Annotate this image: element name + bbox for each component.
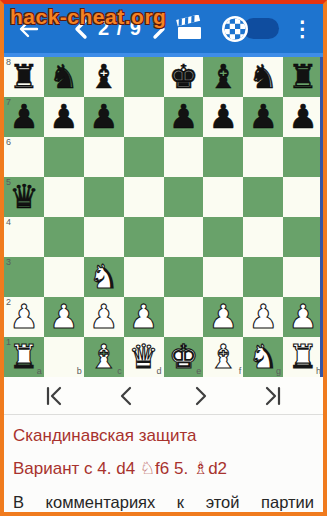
square-b7[interactable]: ♟: [44, 97, 84, 137]
square-h7[interactable]: ♟: [283, 97, 323, 137]
position-pager: 2 / 9: [72, 17, 168, 40]
square-a2[interactable]: 2♟: [4, 297, 44, 337]
square-g5[interactable]: [243, 177, 283, 217]
square-c2[interactable]: ♟: [84, 297, 124, 337]
square-d2[interactable]: ♟: [124, 297, 164, 337]
prev-position-button[interactable]: [72, 18, 90, 40]
piece-bp: ♟: [89, 98, 119, 136]
file-label: g: [276, 367, 281, 376]
skip-to-end-icon: [261, 385, 285, 407]
square-c7[interactable]: ♟: [84, 97, 124, 137]
square-b5[interactable]: [44, 177, 84, 217]
piece-wn: ♞: [248, 338, 278, 376]
piece-wr: ♜: [288, 338, 318, 376]
file-label: c: [117, 367, 122, 376]
piece-wp: ♟: [9, 298, 39, 336]
square-e1[interactable]: e♚: [164, 337, 204, 377]
chess-board: 8♜♞♝♚♝♞♜7♟♟♟♟♟♟♟65♛43♞2♟♟♟♟♟♟♟1a♜bc♝d♛e♚…: [4, 57, 323, 377]
square-e5[interactable]: [164, 177, 204, 217]
piece-wr: ♜: [9, 338, 39, 376]
rank-label: 3: [6, 258, 11, 267]
square-d6[interactable]: [124, 137, 164, 177]
piece-wb: ♝: [89, 338, 119, 376]
board-area: 8♜♞♝♚♝♞♜7♟♟♟♟♟♟♟65♛43♞2♟♟♟♟♟♟♟1a♜bc♝d♛e♚…: [4, 57, 323, 377]
square-d4[interactable]: [124, 217, 164, 257]
file-label: b: [77, 367, 82, 376]
square-a4[interactable]: 4: [4, 217, 44, 257]
overflow-menu-button[interactable]: ⋮: [292, 18, 313, 39]
square-c1[interactable]: c♝: [84, 337, 124, 377]
square-a8[interactable]: 8♜: [4, 57, 44, 97]
square-d5[interactable]: [124, 177, 164, 217]
square-h4[interactable]: [283, 217, 323, 257]
piece-bp: ♟: [9, 98, 39, 136]
square-g8[interactable]: ♞: [243, 57, 283, 97]
square-e6[interactable]: [164, 137, 204, 177]
square-c6[interactable]: [84, 137, 124, 177]
piece-wp: ♟: [129, 298, 159, 336]
rank-label: 7: [6, 98, 11, 107]
square-h8[interactable]: ♜: [283, 57, 323, 97]
back-button[interactable]: [16, 16, 42, 42]
square-g7[interactable]: ♟: [243, 97, 283, 137]
piece-bp: ♟: [49, 98, 79, 136]
top-toolbar: 2 / 9: [4, 4, 323, 53]
square-g1[interactable]: g♞: [243, 337, 283, 377]
piece-bb: ♝: [209, 58, 239, 96]
chess-king-logo-button[interactable]: [221, 15, 249, 43]
square-c3[interactable]: ♞: [84, 257, 124, 297]
piece-br: ♜: [9, 58, 39, 96]
square-d1[interactable]: d♛: [124, 337, 164, 377]
last-move-button[interactable]: [258, 383, 288, 409]
square-a6[interactable]: 6: [4, 137, 44, 177]
square-g6[interactable]: [243, 137, 283, 177]
piece-wk: ♚: [169, 338, 199, 376]
back-arrow-icon: [17, 17, 41, 41]
rank-label: 1: [6, 338, 11, 347]
next-position-button[interactable]: [150, 18, 168, 40]
square-b3[interactable]: [44, 257, 84, 297]
square-e2[interactable]: [164, 297, 204, 337]
piece-bk: ♚: [169, 58, 199, 96]
square-g2[interactable]: ♟: [243, 297, 283, 337]
square-h1[interactable]: h♜: [283, 337, 323, 377]
piece-bb: ♝: [89, 58, 119, 96]
piece-bq: ♛: [9, 178, 39, 216]
square-b1[interactable]: b: [44, 337, 84, 377]
annotation-panel: Скандинавская защита Вариант с 4. d4 ♘f6…: [4, 415, 323, 513]
file-label: a: [37, 367, 42, 376]
square-f5[interactable]: [203, 177, 243, 217]
chess-king-logo-icon: [221, 15, 249, 43]
square-f1[interactable]: f♝: [203, 337, 243, 377]
rank-label: 5: [6, 178, 11, 187]
variation-line: Вариант с 4. d4 ♘f6 5. ♗d2: [13, 458, 314, 479]
rank-label: 2: [6, 298, 11, 307]
square-d8[interactable]: [124, 57, 164, 97]
opening-title: Скандинавская защита: [13, 425, 314, 446]
piece-bp: ♟: [288, 98, 318, 136]
square-b2[interactable]: ♟: [44, 297, 84, 337]
square-a7[interactable]: 7♟: [4, 97, 44, 137]
square-e3[interactable]: [164, 257, 204, 297]
square-f6[interactable]: [203, 137, 243, 177]
skip-to-start-icon: [42, 385, 66, 407]
comment-text: В комментариях к этой партии: [13, 492, 314, 513]
square-a1[interactable]: 1a♜: [4, 337, 44, 377]
chevron-right-icon: [151, 18, 167, 40]
piece-wp: ♟: [288, 298, 318, 336]
square-e7[interactable]: ♟: [164, 97, 204, 137]
scrollbar[interactable]: [320, 57, 323, 377]
square-f8[interactable]: ♝: [203, 57, 243, 97]
video-lessons-button[interactable]: [175, 15, 205, 42]
square-h3[interactable]: [283, 257, 323, 297]
square-b6[interactable]: [44, 137, 84, 177]
app-window: hack-cheat.org 2 / 9: [0, 0, 327, 516]
piece-wp: ♟: [89, 298, 119, 336]
square-b8[interactable]: ♞: [44, 57, 84, 97]
move-nav-bar: [4, 377, 323, 414]
square-a5[interactable]: 5♛: [4, 177, 44, 217]
square-d7[interactable]: [124, 97, 164, 137]
file-label: d: [156, 367, 161, 376]
square-g3[interactable]: [243, 257, 283, 297]
piece-bn: ♞: [248, 58, 278, 96]
square-f7[interactable]: ♟: [203, 97, 243, 137]
piece-wp: ♟: [49, 298, 79, 336]
square-f2[interactable]: ♟: [203, 297, 243, 337]
square-d3[interactable]: [124, 257, 164, 297]
rank-label: 6: [6, 138, 11, 147]
file-label: f: [239, 367, 242, 376]
previous-move-button[interactable]: [112, 383, 142, 409]
piece-wp: ♟: [209, 298, 239, 336]
next-move-button[interactable]: [185, 383, 215, 409]
file-label: e: [196, 367, 201, 376]
piece-bp: ♟: [169, 98, 199, 136]
square-h6[interactable]: [283, 137, 323, 177]
chevron-left-icon: [73, 18, 89, 40]
rank-label: 4: [6, 218, 11, 227]
square-f3[interactable]: [203, 257, 243, 297]
piece-bp: ♟: [248, 98, 278, 136]
piece-bn: ♞: [49, 58, 79, 96]
square-b4[interactable]: [44, 217, 84, 257]
square-e8[interactable]: ♚: [164, 57, 204, 97]
piece-wq: ♛: [129, 338, 159, 376]
square-h2[interactable]: ♟: [283, 297, 323, 337]
square-c8[interactable]: ♝: [84, 57, 124, 97]
square-e4[interactable]: [164, 217, 204, 257]
clapperboard-icon: [175, 15, 205, 42]
rank-label: 8: [6, 58, 11, 67]
square-a3[interactable]: 3: [4, 257, 44, 297]
square-c5[interactable]: [84, 177, 124, 217]
chevron-right-icon: [188, 385, 212, 407]
square-g4[interactable]: [243, 217, 283, 257]
square-c4[interactable]: [84, 217, 124, 257]
chevron-left-icon: [115, 385, 139, 407]
square-h5[interactable]: [283, 177, 323, 217]
piece-wn: ♞: [89, 258, 119, 296]
piece-bp: ♟: [209, 98, 239, 136]
piece-br: ♜: [288, 58, 318, 96]
first-move-button[interactable]: [39, 383, 69, 409]
position-counter: 2 / 9: [98, 17, 142, 40]
square-f4[interactable]: [203, 217, 243, 257]
piece-wb: ♝: [209, 338, 239, 376]
piece-wp: ♟: [248, 298, 278, 336]
